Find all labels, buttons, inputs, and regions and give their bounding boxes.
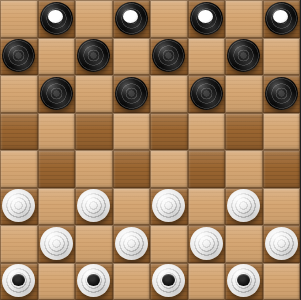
white-checker-piece[interactable] [115,227,148,260]
white-checker-piece[interactable] [40,227,73,260]
black-checker-piece[interactable] [115,2,148,35]
white-checker-piece[interactable] [265,227,298,260]
square-g5[interactable] [225,113,263,151]
square-f2[interactable] [188,225,226,263]
square-b3[interactable] [38,188,76,226]
white-checker-piece[interactable] [227,264,260,297]
square-g2[interactable] [225,225,263,263]
white-checker-piece[interactable] [77,189,110,222]
square-g6[interactable] [225,75,263,113]
square-a8[interactable] [0,0,38,38]
square-c4[interactable] [75,150,113,188]
black-center-dot [12,274,25,287]
square-c2[interactable] [75,225,113,263]
square-h5[interactable] [263,113,301,151]
square-d7[interactable] [113,38,151,76]
square-e2[interactable] [150,225,188,263]
white-checker-piece[interactable] [2,189,35,222]
square-g7[interactable] [225,38,263,76]
black-checker-piece[interactable] [40,77,73,110]
square-c1[interactable] [75,263,113,300]
white-checker-piece[interactable] [227,189,260,222]
black-checker-piece[interactable] [77,39,110,72]
white-center-dot [273,10,288,23]
square-b2[interactable] [38,225,76,263]
square-f3[interactable] [188,188,226,226]
square-d8[interactable] [113,0,151,38]
square-a3[interactable] [0,188,38,226]
square-f7[interactable] [188,38,226,76]
square-b5[interactable] [38,113,76,151]
white-checker-piece[interactable] [190,227,223,260]
black-checker-piece[interactable] [115,77,148,110]
square-g3[interactable] [225,188,263,226]
black-center-dot [237,274,250,287]
square-d1[interactable] [113,263,151,300]
black-checker-piece[interactable] [40,2,73,35]
square-h7[interactable] [263,38,301,76]
square-f8[interactable] [188,0,226,38]
square-c3[interactable] [75,188,113,226]
square-b4[interactable] [38,150,76,188]
white-checker-piece[interactable] [2,264,35,297]
square-c6[interactable] [75,75,113,113]
square-g8[interactable] [225,0,263,38]
square-a2[interactable] [0,225,38,263]
square-e6[interactable] [150,75,188,113]
square-h1[interactable] [263,263,301,300]
square-f1[interactable] [188,263,226,300]
white-checker-piece[interactable] [152,264,185,297]
black-checker-piece[interactable] [152,39,185,72]
square-g4[interactable] [225,150,263,188]
square-d6[interactable] [113,75,151,113]
square-d4[interactable] [113,150,151,188]
square-h2[interactable] [263,225,301,263]
square-e1[interactable] [150,263,188,300]
black-checker-piece[interactable] [265,77,298,110]
square-b7[interactable] [38,38,76,76]
square-c8[interactable] [75,0,113,38]
checkers-board [0,0,300,300]
square-g1[interactable] [225,263,263,300]
black-checker-piece[interactable] [190,77,223,110]
square-f6[interactable] [188,75,226,113]
square-b1[interactable] [38,263,76,300]
white-center-dot [198,10,213,23]
square-e5[interactable] [150,113,188,151]
square-e4[interactable] [150,150,188,188]
square-a1[interactable] [0,263,38,300]
square-b8[interactable] [38,0,76,38]
square-a7[interactable] [0,38,38,76]
square-h3[interactable] [263,188,301,226]
square-a6[interactable] [0,75,38,113]
white-checker-piece[interactable] [77,264,110,297]
square-d2[interactable] [113,225,151,263]
square-f4[interactable] [188,150,226,188]
square-d3[interactable] [113,188,151,226]
square-c7[interactable] [75,38,113,76]
square-f5[interactable] [188,113,226,151]
square-a4[interactable] [0,150,38,188]
square-b6[interactable] [38,75,76,113]
black-checker-piece[interactable] [265,2,298,35]
black-checker-piece[interactable] [190,2,223,35]
square-e3[interactable] [150,188,188,226]
square-h8[interactable] [263,0,301,38]
square-e7[interactable] [150,38,188,76]
square-h6[interactable] [263,75,301,113]
white-center-dot [123,10,138,23]
black-checker-piece[interactable] [2,39,35,72]
square-c5[interactable] [75,113,113,151]
square-h4[interactable] [263,150,301,188]
square-e8[interactable] [150,0,188,38]
white-center-dot [48,10,63,23]
black-center-dot [87,274,100,287]
square-d5[interactable] [113,113,151,151]
white-checker-piece[interactable] [152,189,185,222]
black-checker-piece[interactable] [227,39,260,72]
square-a5[interactable] [0,113,38,151]
black-center-dot [162,274,175,287]
